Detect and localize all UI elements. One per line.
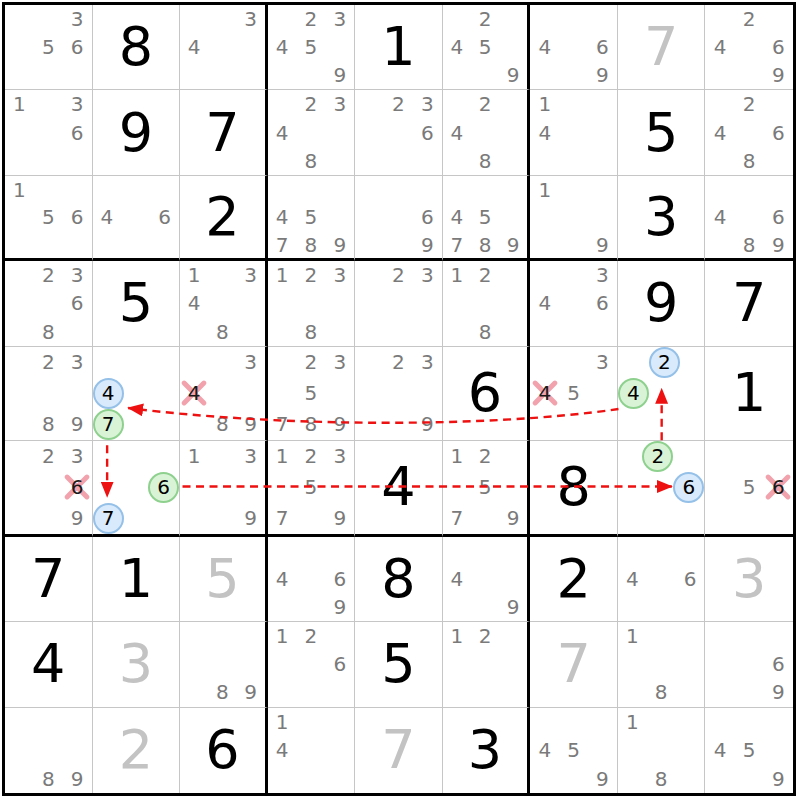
cell-r3c4[interactable]: 45789 — [268, 176, 356, 261]
candidate-9[interactable]: 9 — [507, 508, 520, 528]
cell-r5c9[interactable]: 1 — [705, 347, 793, 441]
candidate-8[interactable]: 8 — [743, 235, 756, 255]
candidate-4[interactable]: 4 — [538, 293, 551, 313]
candidate-3[interactable]: 3 — [421, 352, 434, 372]
cell-r2c7[interactable]: 14 — [530, 90, 618, 175]
cell-r4c9[interactable]: 7 — [705, 261, 793, 346]
candidate-4[interactable]: 4 — [714, 37, 727, 57]
candidate-4[interactable]: 4 — [188, 37, 201, 57]
candidate-3[interactable]: 3 — [71, 446, 84, 466]
cell-r1c9[interactable]: 2469 — [705, 5, 793, 90]
candidate-slot-6 — [151, 378, 179, 409]
candidate-3[interactable]: 3 — [596, 352, 609, 372]
cell-r7c8[interactable]: 46 — [618, 537, 706, 622]
candidate-slot-4 — [268, 378, 297, 409]
cell-r3c3[interactable]: 2 — [180, 176, 268, 261]
cell-r1c4[interactable]: 23459 — [268, 5, 356, 90]
candidate-4[interactable]: 4 — [276, 123, 289, 143]
cell-r7c4[interactable]: 469 — [268, 537, 356, 622]
candidate-slot-9 — [676, 765, 705, 793]
candidate-slot-9: 9 — [63, 765, 92, 793]
candidate-5[interactable]: 5 — [743, 477, 756, 497]
candidate-5[interactable]: 5 — [479, 477, 492, 497]
candidate-5[interactable]: 5 — [567, 740, 580, 760]
candidate-8[interactable]: 8 — [743, 151, 756, 171]
candidate-5[interactable]: 5 — [743, 740, 756, 760]
candidate-8[interactable]: 8 — [655, 769, 668, 789]
candidate-slot-2 — [647, 537, 676, 565]
candidate-8[interactable]: 8 — [479, 151, 492, 171]
candidate-slot-7 — [618, 503, 643, 534]
candidate-9[interactable]: 9 — [333, 508, 346, 528]
cell-r9c9[interactable]: 459 — [705, 708, 793, 793]
candidate-2[interactable]: 2 — [42, 265, 55, 285]
candidate-3[interactable]: 3 — [244, 446, 257, 466]
candidate-9[interactable]: 9 — [421, 414, 434, 434]
candidate-7[interactable]: 7 — [450, 235, 463, 255]
candidate-2[interactable]: 2 — [479, 446, 492, 466]
cell-r6c5[interactable]: 4 — [355, 441, 443, 537]
candidate-slot-7 — [530, 409, 559, 440]
candidate-slot-6 — [236, 650, 264, 678]
candidate-8[interactable]: 8 — [42, 414, 55, 434]
candidate-1[interactable]: 1 — [276, 712, 289, 732]
candidate-slot-5: 5 — [34, 203, 63, 230]
cell-r2c9[interactable]: 2468 — [705, 90, 793, 175]
candidate-1[interactable]: 1 — [276, 626, 289, 646]
pencil-marks: 3489 — [180, 347, 265, 440]
candidate-1[interactable]: 1 — [538, 180, 551, 200]
cell-r3c9[interactable]: 4689 — [705, 176, 793, 261]
candidate-3[interactable]: 3 — [333, 265, 346, 285]
cell-r9c7[interactable]: 459 — [530, 708, 618, 793]
cell-r8c2[interactable]: 3 — [93, 622, 181, 707]
cell-r7c1[interactable]: 7 — [5, 537, 93, 622]
candidate-1[interactable]: 1 — [626, 626, 639, 646]
cell-r8c6[interactable]: 12 — [443, 622, 531, 707]
candidate-3[interactable]: 3 — [71, 352, 84, 372]
candidate-5[interactable]: 5 — [567, 383, 580, 403]
candidate-9[interactable]: 9 — [421, 235, 434, 255]
candidate-2[interactable]: 2 — [479, 626, 492, 646]
cell-r7c9[interactable]: 3 — [705, 537, 793, 622]
cell-r3c2[interactable]: 46 — [93, 176, 181, 261]
candidate-2[interactable]: 2 — [743, 9, 756, 29]
cell-r8c5[interactable]: 5 — [355, 622, 443, 707]
candidate-3[interactable]: 3 — [333, 446, 346, 466]
cell-r6c9[interactable]: 56 — [705, 441, 793, 537]
cell-r8c3[interactable]: 89 — [180, 622, 268, 707]
candidate-slot-6 — [764, 736, 793, 764]
candidate-9[interactable]: 9 — [596, 65, 609, 85]
cell-r4c1[interactable]: 2368 — [5, 261, 93, 346]
cell-r9c8[interactable]: 18 — [618, 708, 706, 793]
candidate-4[interactable]: 4 — [714, 123, 727, 143]
candidate-6[interactable]: 6 — [772, 207, 785, 227]
candidate-6[interactable]: 6 — [684, 569, 697, 589]
candidate-4[interactable]: 4 — [276, 569, 289, 589]
candidate-8[interactable]: 8 — [42, 769, 55, 789]
cell-r4c6[interactable]: 128 — [443, 261, 531, 346]
candidate-slot-5 — [384, 378, 413, 409]
candidate-slot-3 — [676, 537, 705, 565]
candidate-8[interactable]: 8 — [305, 322, 318, 342]
candidate-slot-1 — [530, 347, 559, 378]
candidate-8[interactable]: 8 — [216, 682, 229, 702]
candidate-2[interactable]: 2 — [479, 9, 492, 29]
candidate-4[interactable]: 4 — [450, 37, 463, 57]
candidate-2[interactable]: 2 — [42, 352, 55, 372]
candidate-slot-1 — [443, 537, 471, 565]
cell-r2c4[interactable]: 2348 — [268, 90, 356, 175]
candidate-2[interactable]: 2 — [392, 352, 405, 372]
candidate-3[interactable]: 3 — [333, 352, 346, 372]
cell-r6c3[interactable]: 139 — [180, 441, 268, 537]
candidate-6[interactable]: 6 — [71, 207, 84, 227]
candidate-8[interactable]: 8 — [305, 235, 318, 255]
candidate-6[interactable]: 6 — [596, 293, 609, 313]
candidate-5[interactable]: 5 — [479, 207, 492, 227]
candidate-6[interactable]: 6 — [772, 37, 785, 57]
candidate-6[interactable]: 6 — [333, 569, 346, 589]
cell-r3c6[interactable]: 45789 — [443, 176, 531, 261]
candidate-slot-3 — [764, 708, 793, 736]
cell-r1c1[interactable]: 356 — [5, 5, 93, 90]
eliminated-candidate-6[interactable]: 6 — [772, 477, 785, 497]
cell-r4c5[interactable]: 23 — [355, 261, 443, 346]
candidate-1[interactable]: 1 — [626, 712, 639, 732]
pencil-marks: 2459 — [443, 5, 528, 89]
candidate-1[interactable]: 1 — [538, 94, 551, 114]
cell-r5c8[interactable]: 24 — [618, 347, 706, 441]
candidate-3[interactable]: 3 — [71, 265, 84, 285]
candidate-slot-8 — [297, 765, 326, 793]
candidate-2[interactable]: 2 — [305, 94, 318, 114]
cell-r1c5[interactable]: 1 — [355, 5, 443, 90]
cell-r6c1[interactable]: 2369 — [5, 441, 93, 537]
candidate-9[interactable]: 9 — [71, 769, 84, 789]
candidate-4[interactable]: 4 — [276, 740, 289, 760]
cell-r9c3[interactable]: 6 — [180, 708, 268, 793]
candidate-6[interactable]: 6 — [333, 654, 346, 674]
cell-r8c4[interactable]: 126 — [268, 622, 356, 707]
candidate-2[interactable]: 2 — [743, 94, 756, 114]
candidate-3[interactable]: 3 — [596, 265, 609, 285]
eliminated-candidate-4[interactable]: 4 — [538, 383, 551, 403]
cell-r9c1[interactable]: 89 — [5, 708, 93, 793]
cell-r7c7[interactable]: 2 — [530, 537, 618, 622]
candidate-1[interactable]: 1 — [450, 446, 463, 466]
candidate-4[interactable]: 4 — [626, 569, 639, 589]
cell-r9c6[interactable]: 3 — [443, 708, 531, 793]
cell-r8c7[interactable]: 7 — [530, 622, 618, 707]
candidate-slot-8: 8 — [297, 409, 326, 440]
candidate-slot-6 — [63, 378, 92, 409]
candidate-9[interactable]: 9 — [244, 682, 257, 702]
cell-r6c4[interactable]: 123579 — [268, 441, 356, 537]
candidate-slot-7: 7 — [268, 409, 297, 440]
candidate-2[interactable]: 2 — [392, 265, 405, 285]
candidate-9[interactable]: 9 — [244, 508, 257, 528]
candidate-4[interactable]: 4 — [714, 207, 727, 227]
candidate-4[interactable]: 4 — [450, 569, 463, 589]
candidate-9[interactable]: 9 — [596, 769, 609, 789]
cell-r3c7[interactable]: 19 — [530, 176, 618, 261]
candidate-slot-1: 1 — [5, 176, 34, 203]
cell-r9c4[interactable]: 14 — [268, 708, 356, 793]
candidate-5[interactable]: 5 — [305, 207, 318, 227]
candidate-7[interactable]: 7 — [276, 508, 289, 528]
candidate-2[interactable]: 2 — [305, 265, 318, 285]
candidate-3[interactable]: 3 — [244, 9, 257, 29]
cell-r3c8[interactable]: 3 — [618, 176, 706, 261]
candidate-3[interactable]: 3 — [71, 9, 84, 29]
pencil-marks: 128 — [443, 261, 528, 345]
candidate-5[interactable]: 5 — [479, 37, 492, 57]
candidate-slot-7 — [530, 231, 559, 258]
cell-r3c1[interactable]: 156 — [5, 176, 93, 261]
candidate-slot-6 — [325, 119, 354, 147]
candidate-slot-4: 4 — [530, 119, 559, 147]
candidate-8[interactable]: 8 — [216, 322, 229, 342]
cell-r2c2[interactable]: 9 — [93, 90, 181, 175]
candidate-8[interactable]: 8 — [479, 322, 492, 342]
chain-circle-green-candidate-6[interactable]: 6 — [148, 472, 179, 503]
candidate-slot-9: 9 — [236, 503, 264, 534]
candidate-9[interactable]: 9 — [507, 65, 520, 85]
candidate-3[interactable]: 3 — [244, 265, 257, 285]
candidate-9[interactable]: 9 — [772, 235, 785, 255]
pencil-marks: 69 — [355, 176, 442, 258]
candidate-2[interactable]: 2 — [305, 352, 318, 372]
candidate-6[interactable]: 6 — [71, 37, 84, 57]
cell-r5c4[interactable]: 235789 — [268, 347, 356, 441]
candidate-2[interactable]: 2 — [479, 94, 492, 114]
candidate-slot-2 — [208, 441, 236, 472]
candidate-9[interactable]: 9 — [333, 597, 346, 617]
candidate-1[interactable]: 1 — [276, 446, 289, 466]
cell-r2c3[interactable]: 7 — [180, 90, 268, 175]
candidate-9[interactable]: 9 — [507, 597, 520, 617]
chain-circle-blue-candidate-7[interactable]: 7 — [93, 503, 124, 534]
candidate-9[interactable]: 9 — [596, 235, 609, 255]
cell-r5c3[interactable]: 3489 — [180, 347, 268, 441]
candidate-slot-4 — [5, 378, 34, 409]
candidate-9[interactable]: 9 — [333, 235, 346, 255]
candidate-4[interactable]: 4 — [538, 740, 551, 760]
given-digit: 1 — [732, 366, 766, 420]
candidate-slot-1 — [705, 90, 734, 118]
cell-r4c3[interactable]: 1348 — [180, 261, 268, 346]
chain-circle-blue-candidate-2[interactable]: 2 — [649, 347, 680, 378]
candidate-8[interactable]: 8 — [216, 414, 229, 434]
candidate-2[interactable]: 2 — [479, 265, 492, 285]
cell-r6c2[interactable]: 67 — [93, 441, 181, 537]
cell-r1c6[interactable]: 2459 — [443, 5, 531, 90]
candidate-7[interactable]: 7 — [450, 508, 463, 528]
candidate-4[interactable]: 4 — [538, 123, 551, 143]
candidate-9[interactable]: 9 — [772, 65, 785, 85]
candidate-6[interactable]: 6 — [772, 123, 785, 143]
cell-r4c2[interactable]: 5 — [93, 261, 181, 346]
candidate-8[interactable]: 8 — [655, 682, 668, 702]
cell-r2c5[interactable]: 236 — [355, 90, 443, 175]
cell-r9c2[interactable]: 2 — [93, 708, 181, 793]
chain-circle-green-candidate-2[interactable]: 2 — [642, 441, 673, 472]
candidate-slot-9 — [676, 678, 705, 706]
cell-r1c2[interactable]: 8 — [93, 5, 181, 90]
chain-circle-green-candidate-7[interactable]: 7 — [93, 409, 124, 440]
candidate-5[interactable]: 5 — [305, 37, 318, 57]
pencil-marks: 4689 — [705, 176, 793, 258]
candidate-6[interactable]: 6 — [71, 293, 84, 313]
candidate-2[interactable]: 2 — [305, 446, 318, 466]
candidate-6[interactable]: 6 — [772, 654, 785, 674]
candidate-9[interactable]: 9 — [333, 65, 346, 85]
candidate-8[interactable]: 8 — [305, 151, 318, 171]
cell-r6c8[interactable]: 26 — [618, 441, 706, 537]
cell-r5c2[interactable]: 47 — [93, 347, 181, 441]
candidate-2[interactable]: 2 — [392, 94, 405, 114]
candidate-4[interactable]: 4 — [450, 123, 463, 143]
candidate-slot-8: 8 — [735, 147, 764, 175]
candidate-7[interactable]: 7 — [276, 235, 289, 255]
cell-r1c7[interactable]: 469 — [530, 5, 618, 90]
candidate-4[interactable]: 4 — [538, 37, 551, 57]
candidate-6[interactable]: 6 — [71, 123, 84, 143]
candidate-6[interactable]: 6 — [421, 123, 434, 143]
cell-r7c3[interactable]: 5 — [180, 537, 268, 622]
candidate-slot-2: 2 — [735, 5, 764, 33]
candidate-slot-5: 5 — [471, 472, 499, 503]
cell-r5c6[interactable]: 6 — [443, 347, 531, 441]
cell-r1c8[interactable]: 7 — [618, 5, 706, 90]
candidate-4[interactable]: 4 — [714, 740, 727, 760]
candidate-6[interactable]: 6 — [421, 207, 434, 227]
candidate-3[interactable]: 3 — [421, 265, 434, 285]
candidate-9[interactable]: 9 — [71, 414, 84, 434]
cell-r4c4[interactable]: 1238 — [268, 261, 356, 346]
candidate-4[interactable]: 4 — [276, 37, 289, 57]
candidate-2[interactable]: 2 — [305, 626, 318, 646]
candidate-slot-1 — [705, 708, 734, 736]
candidate-slot-3: 3 — [325, 90, 354, 118]
cell-r7c2[interactable]: 1 — [93, 537, 181, 622]
candidate-slot-4 — [443, 650, 471, 678]
candidate-1[interactable]: 1 — [188, 265, 201, 285]
candidate-slot-9: 9 — [236, 409, 264, 440]
candidate-slot-4 — [5, 119, 34, 147]
cell-r6c6[interactable]: 12579 — [443, 441, 531, 537]
candidate-9[interactable]: 9 — [244, 414, 257, 434]
candidate-slot-9 — [148, 503, 179, 534]
chain-circle-blue-candidate-6[interactable]: 6 — [673, 472, 704, 503]
candidate-slot-3: 3 — [236, 5, 264, 33]
candidate-3[interactable]: 3 — [421, 94, 434, 114]
candidate-slot-8: 8 — [208, 678, 236, 706]
candidate-slot-8 — [471, 61, 499, 89]
candidate-1[interactable]: 1 — [13, 180, 26, 200]
candidate-3[interactable]: 3 — [244, 352, 257, 372]
given-digit: 3 — [644, 190, 678, 244]
candidate-6[interactable]: 6 — [158, 207, 171, 227]
cell-r6c7[interactable]: 8 — [530, 441, 618, 537]
candidate-slot-2 — [559, 708, 588, 736]
candidate-5[interactable]: 5 — [42, 207, 55, 227]
cell-r1c3[interactable]: 34 — [180, 5, 268, 90]
candidate-8[interactable]: 8 — [479, 235, 492, 255]
candidate-4[interactable]: 4 — [101, 207, 114, 227]
cell-r2c1[interactable]: 136 — [5, 90, 93, 175]
candidate-3[interactable]: 3 — [333, 94, 346, 114]
cell-r8c9[interactable]: 69 — [705, 622, 793, 707]
candidate-slot-2 — [384, 176, 413, 203]
cell-r4c8[interactable]: 9 — [618, 261, 706, 346]
cell-r8c1[interactable]: 4 — [5, 622, 93, 707]
cell-r7c5[interactable]: 8 — [355, 537, 443, 622]
candidate-9[interactable]: 9 — [507, 235, 520, 255]
candidate-4[interactable]: 4 — [188, 293, 201, 313]
candidate-4[interactable]: 4 — [276, 207, 289, 227]
candidate-8[interactable]: 8 — [305, 414, 318, 434]
eliminated-candidate-6[interactable]: 6 — [71, 477, 84, 497]
candidate-6[interactable]: 6 — [596, 37, 609, 57]
candidate-slot-1: 1 — [443, 261, 471, 289]
candidate-slot-9 — [325, 678, 354, 706]
candidate-9[interactable]: 9 — [333, 414, 346, 434]
cell-r2c8[interactable]: 5 — [618, 90, 706, 175]
candidate-slot-3 — [325, 708, 354, 736]
candidate-2[interactable]: 2 — [305, 9, 318, 29]
candidate-slot-2: 2 — [642, 441, 673, 472]
candidate-slot-7 — [705, 678, 734, 706]
cell-r4c7[interactable]: 346 — [530, 261, 618, 346]
candidate-2[interactable]: 2 — [42, 446, 55, 466]
candidate-1[interactable]: 1 — [188, 446, 201, 466]
cell-r5c5[interactable]: 239 — [355, 347, 443, 441]
candidate-slot-6: 6 — [764, 203, 793, 230]
cell-r8c8[interactable]: 18 — [618, 622, 706, 707]
candidate-5[interactable]: 5 — [305, 477, 318, 497]
candidate-5[interactable]: 5 — [305, 383, 318, 403]
cell-r5c1[interactable]: 2389 — [5, 347, 93, 441]
candidate-7[interactable]: 7 — [276, 414, 289, 434]
candidate-1[interactable]: 1 — [276, 265, 289, 285]
cell-r3c5[interactable]: 69 — [355, 176, 443, 261]
cell-r5c7[interactable]: 345 — [530, 347, 618, 441]
candidate-5[interactable]: 5 — [42, 37, 55, 57]
candidate-slot-1 — [355, 261, 384, 289]
candidate-1[interactable]: 1 — [450, 626, 463, 646]
candidate-9[interactable]: 9 — [772, 769, 785, 789]
candidate-slot-9: 9 — [588, 765, 617, 793]
candidate-4[interactable]: 4 — [450, 207, 463, 227]
candidate-3[interactable]: 3 — [333, 9, 346, 29]
candidate-9[interactable]: 9 — [71, 508, 84, 528]
candidate-slot-7 — [355, 231, 384, 258]
cell-r9c5[interactable]: 7 — [355, 708, 443, 793]
eliminated-candidate-4[interactable]: 4 — [188, 383, 201, 403]
candidate-9[interactable]: 9 — [772, 682, 785, 702]
chain-circle-blue-candidate-4[interactable]: 4 — [93, 378, 124, 409]
candidate-1[interactable]: 1 — [13, 94, 26, 114]
candidate-1[interactable]: 1 — [450, 265, 463, 285]
candidate-8[interactable]: 8 — [42, 322, 55, 342]
cell-r7c6[interactable]: 49 — [443, 537, 531, 622]
cell-r2c6[interactable]: 248 — [443, 90, 531, 175]
chain-circle-green-candidate-4[interactable]: 4 — [618, 378, 649, 409]
candidate-3[interactable]: 3 — [71, 94, 84, 114]
